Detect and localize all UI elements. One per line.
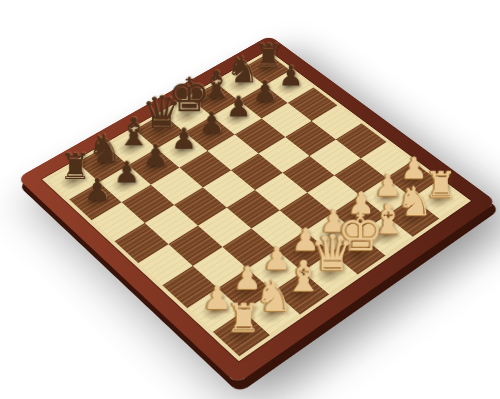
black-pawn-f7[interactable]: ♟: [226, 93, 252, 122]
black-pawn-d7[interactable]: ♟: [171, 125, 197, 154]
chess-set-photo: ♜♞♝♛♚♝♞♜♟♟♟♟♟♟♟♟♟♟♟♟♟♟♟♟♜♞♝♛♚♝♞♜: [0, 0, 500, 399]
board-frame: ♜♞♝♛♚♝♞♜♟♟♟♟♟♟♟♟♟♟♟♟♟♟♟♟♜♞♝♛♚♝♞♜: [17, 35, 497, 384]
black-pawn-g7[interactable]: ♟: [252, 78, 277, 106]
square-h4[interactable]: [336, 123, 387, 158]
black-pawn-e7[interactable]: ♟: [199, 109, 225, 138]
black-pawn-c7[interactable]: ♟: [142, 141, 169, 171]
white-rook-a1[interactable]: ♜: [226, 299, 261, 338]
square-b5[interactable]: [145, 205, 198, 244]
black-pawn-h7[interactable]: ♟: [278, 63, 303, 91]
board-grid: ♜♞♝♛♚♝♞♜♟♟♟♟♟♟♟♟♟♟♟♟♟♟♟♟♜♞♝♛♚♝♞♜: [48, 54, 466, 357]
black-pawn-a7[interactable]: ♟: [84, 175, 111, 205]
chess-board: ♜♞♝♛♚♝♞♜♟♟♟♟♟♟♟♟♟♟♟♟♟♟♟♟♜♞♝♛♚♝♞♜: [17, 35, 497, 384]
board-inner-border: ♜♞♝♛♚♝♞♜♟♟♟♟♟♟♟♟♟♟♟♟♟♟♟♟♜♞♝♛♚♝♞♜: [42, 50, 471, 361]
black-pawn-b7[interactable]: ♟: [113, 158, 140, 188]
square-a1[interactable]: ♜: [213, 311, 270, 356]
